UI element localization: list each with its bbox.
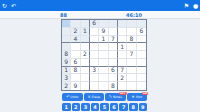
cell-r3c2[interactable]: 4 <box>71 36 80 44</box>
cell-r9c1[interactable]: 2 <box>62 82 71 90</box>
numpad-9[interactable]: 9 <box>139 103 148 111</box>
erase-button[interactable]: × Erase <box>84 93 105 101</box>
cell-r5c3[interactable]: 2 <box>81 51 90 59</box>
cell-r7c2[interactable]: 8 <box>71 67 80 75</box>
cell-r8c7[interactable]: 2 <box>118 74 127 82</box>
cell-r8c8[interactable] <box>127 74 136 82</box>
cell-r4c5[interactable] <box>99 43 108 51</box>
undo-icon[interactable]: ↶ <box>9 0 18 11</box>
cell-r5c4[interactable] <box>90 51 99 59</box>
cell-r1c6[interactable] <box>109 20 118 28</box>
cell-r8c4[interactable] <box>90 74 99 82</box>
cell-r3c8[interactable]: 8 <box>127 36 136 44</box>
cell-r1c8[interactable] <box>127 20 136 28</box>
toolbar: ↶ Undo × Erase ✎ Notes OFF ☀ Hint AD <box>62 93 147 101</box>
notes-button[interactable]: ✎ Notes OFF <box>105 93 126 101</box>
chat-icon[interactable]: ● <box>191 0 200 11</box>
restart-icon[interactable]: ↻ <box>0 0 9 11</box>
top-bar: ↻ ↶ ⚑ ● <box>0 0 200 11</box>
cell-r9c7[interactable] <box>118 82 127 90</box>
cell-r6c9[interactable] <box>137 59 146 67</box>
cell-r4c7[interactable]: 1 <box>118 43 127 51</box>
cell-r5c9[interactable] <box>137 51 146 59</box>
cell-r2c7[interactable] <box>118 28 127 36</box>
cell-r1c7[interactable] <box>118 20 127 28</box>
cell-r8c1[interactable]: 3 <box>62 74 71 82</box>
cell-r5c6[interactable] <box>109 51 118 59</box>
hint-label: Hint <box>136 96 142 99</box>
numpad-6[interactable]: 6 <box>110 103 119 111</box>
cell-r5c8[interactable]: 7 <box>127 51 136 59</box>
cell-r2c4[interactable] <box>90 28 99 36</box>
hint-button[interactable]: ☀ Hint AD <box>127 93 148 101</box>
timer-label: 46:10 <box>126 12 142 18</box>
cell-r9c6[interactable]: 8 <box>109 82 118 90</box>
score-label: 88 <box>60 12 67 18</box>
cell-r7c9[interactable] <box>137 67 146 75</box>
sudoku-app: ↻ ↶ ⚑ ● 88 46:10 62196417818279618367322… <box>0 0 200 112</box>
numpad-8[interactable]: 8 <box>129 103 138 111</box>
bulb-icon: ☀ <box>131 95 135 99</box>
cell-r9c8[interactable] <box>127 82 136 90</box>
numpad-3[interactable]: 3 <box>81 103 90 111</box>
cell-r3c4[interactable] <box>90 36 99 44</box>
cell-r9c9[interactable] <box>137 82 146 90</box>
numpad-2[interactable]: 2 <box>72 103 81 111</box>
cell-r7c4[interactable]: 3 <box>90 67 99 75</box>
cell-r3c3[interactable] <box>81 36 90 44</box>
cell-r8c2[interactable] <box>71 74 80 82</box>
cell-r8c9[interactable] <box>137 74 146 82</box>
hint-badge: AD <box>142 92 148 95</box>
notes-label: Notes <box>113 96 122 99</box>
cell-r1c1[interactable] <box>62 20 71 28</box>
cell-r6c8[interactable] <box>127 59 136 67</box>
cell-r5c5[interactable] <box>99 51 108 59</box>
cell-r9c5[interactable] <box>99 82 108 90</box>
number-pad: 1 2 3 4 5 6 7 8 9 <box>62 103 147 111</box>
cell-r8c3[interactable] <box>81 74 90 82</box>
cell-r2c9[interactable]: 6 <box>137 28 146 36</box>
numpad-5[interactable]: 5 <box>100 103 109 111</box>
flag-icon[interactable]: ⚑ <box>182 0 191 11</box>
cell-r9c3[interactable] <box>81 82 90 90</box>
undo-label: Undo <box>71 96 79 99</box>
eraser-icon: × <box>87 95 90 99</box>
numpad-4[interactable]: 4 <box>91 103 100 111</box>
cell-r4c4[interactable] <box>90 43 99 51</box>
cell-r2c1[interactable] <box>62 28 71 36</box>
cell-r3c1[interactable] <box>62 36 71 44</box>
cell-r4c6[interactable] <box>109 43 118 51</box>
cell-r9c2[interactable]: 9 <box>71 82 80 90</box>
cell-r8c5[interactable] <box>99 74 108 82</box>
cell-r9c4[interactable] <box>90 82 99 90</box>
cell-r7c3[interactable] <box>81 67 90 75</box>
cell-r4c9[interactable] <box>137 43 146 51</box>
cell-r7c8[interactable] <box>127 67 136 75</box>
cell-r1c4[interactable]: 6 <box>90 20 99 28</box>
erase-label: Erase <box>92 96 100 99</box>
notes-badge: OFF <box>119 92 127 95</box>
cell-r6c5[interactable] <box>99 59 108 67</box>
sudoku-board: 6219641781827961836732298 <box>61 19 147 91</box>
cell-r2c3[interactable]: 1 <box>81 28 90 36</box>
numpad-1[interactable]: 1 <box>62 103 71 111</box>
cell-r7c5[interactable] <box>99 67 108 75</box>
cell-r5c7[interactable] <box>118 51 127 59</box>
undo-button[interactable]: ↶ Undo <box>62 93 83 101</box>
undo-arrow-icon: ↶ <box>66 95 69 99</box>
cell-r4c2[interactable] <box>71 43 80 51</box>
pencil-icon: ✎ <box>109 95 112 99</box>
cell-r3c5[interactable]: 1 <box>99 36 108 44</box>
numpad-7[interactable]: 7 <box>119 103 128 111</box>
cell-r7c6[interactable]: 6 <box>109 67 118 75</box>
cell-r6c3[interactable] <box>81 59 90 67</box>
cell-r3c6[interactable]: 7 <box>109 36 118 44</box>
cell-r8c6[interactable] <box>109 74 118 82</box>
cell-r3c9[interactable] <box>137 36 146 44</box>
status-bar: 88 46:10 <box>0 11 200 19</box>
